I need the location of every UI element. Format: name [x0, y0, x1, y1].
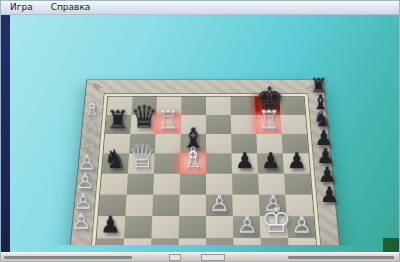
square-e2[interactable] — [206, 216, 233, 238]
square-e1[interactable] — [206, 238, 234, 245]
square-h7[interactable] — [280, 115, 306, 134]
square-c5[interactable] — [154, 154, 180, 174]
square-c1[interactable] — [150, 238, 178, 245]
piece-black-rook[interactable]: ♜ — [105, 107, 130, 132]
captured-white-pawn: ♙ — [68, 208, 95, 235]
square-c6[interactable] — [155, 134, 181, 154]
square-b7[interactable]: ♛ — [130, 115, 156, 134]
square-a1[interactable] — [95, 238, 124, 245]
taskbar-text-smudge — [4, 256, 132, 259]
piece-white-king[interactable]: ♔ — [261, 202, 288, 237]
board-3d-wrapper: ≫ ≫ ≫ ≫ ♚♜♛♖♖♝♞♕♗♟♟♟♙♙♟♙♔♙♗♘♘♙♙♙♙♜♝♞♟♟♟♟ — [66, 80, 344, 245]
square-f1[interactable] — [233, 238, 261, 245]
square-e3[interactable]: ♙ — [206, 195, 233, 217]
piece-white-rook[interactable]: ♖ — [256, 107, 281, 132]
chess-titans-window: Игра Справка ≫ ≫ ≫ ≫ ♚♜♛♖♖♝♞♕♗♟♟♟♙♙♟♙♔♙♗… — [0, 0, 400, 262]
square-d1[interactable] — [178, 238, 206, 245]
square-h2[interactable]: ♙ — [287, 216, 316, 238]
menu-help[interactable]: Справка — [42, 1, 100, 14]
square-b1[interactable] — [123, 238, 152, 245]
square-c3[interactable] — [152, 195, 179, 217]
square-e7[interactable] — [206, 115, 231, 134]
square-g5[interactable]: ♟ — [257, 154, 284, 174]
square-h1[interactable] — [288, 238, 317, 245]
piece-white-rook[interactable]: ♖ — [156, 107, 181, 132]
square-d8[interactable] — [181, 97, 206, 115]
taskbar-button — [169, 254, 181, 261]
game-background: ≫ ≫ ≫ ≫ ♚♜♛♖♖♝♞♕♗♟♟♟♙♙♟♙♔♙♗♘♘♙♙♙♙♜♝♞♟♟♟♟ — [1, 14, 399, 253]
square-f5[interactable]: ♟ — [232, 154, 258, 174]
menu-bar: Игра Справка — [1, 1, 399, 15]
menu-game[interactable]: Игра — [1, 1, 42, 14]
square-c4[interactable] — [153, 174, 180, 195]
board-frame: ≫ ≫ ≫ ≫ ♚♜♛♖♖♝♞♕♗♟♟♟♙♙♟♙♔♙♗♘♘♙♙♙♙♜♝♞♟♟♟♟ — [66, 80, 344, 245]
square-h4[interactable] — [284, 174, 312, 195]
square-e6[interactable] — [206, 134, 232, 154]
piece-black-pawn[interactable]: ♟ — [284, 150, 310, 172]
piece-black-pawn[interactable]: ♟ — [258, 150, 284, 172]
frame-corner-ornament: ≫ — [88, 80, 106, 93]
square-e5[interactable] — [206, 154, 232, 174]
piece-white-pawn[interactable]: ♙ — [288, 214, 315, 237]
square-g2[interactable]: ♔ — [260, 216, 288, 238]
square-g7[interactable]: ♖ — [256, 115, 282, 134]
square-d2[interactable] — [179, 216, 206, 238]
square-b4[interactable] — [127, 174, 154, 195]
taskbar-sliver[interactable] — [1, 252, 399, 261]
board-scene: ≫ ≫ ≫ ≫ ♚♜♛♖♖♝♞♕♗♟♟♟♙♙♟♙♔♙♗♘♘♙♙♙♙♜♝♞♟♟♟♟ — [1, 27, 399, 245]
piece-white-queen[interactable]: ♕ — [128, 140, 154, 172]
square-f4[interactable] — [232, 174, 259, 195]
piece-black-pawn[interactable]: ♟ — [97, 214, 124, 237]
background-window-left — [1, 14, 10, 254]
piece-white-pawn[interactable]: ♙ — [206, 192, 233, 215]
square-a7[interactable]: ♜ — [105, 115, 131, 134]
square-e8[interactable] — [206, 97, 231, 115]
square-d5[interactable]: ♗ — [180, 154, 206, 174]
square-f2[interactable]: ♙ — [233, 216, 261, 238]
square-b5[interactable]: ♕ — [128, 154, 155, 174]
piece-black-queen[interactable]: ♛ — [130, 102, 155, 133]
background-window-bottom-right — [383, 238, 399, 253]
piece-white-bishop[interactable]: ♗ — [180, 144, 206, 172]
square-d3[interactable] — [179, 195, 206, 217]
taskbar-text-smudge — [288, 256, 394, 259]
square-d4[interactable] — [180, 174, 206, 195]
square-b3[interactable] — [125, 195, 153, 217]
square-a4[interactable] — [100, 174, 128, 195]
piece-white-pawn[interactable]: ♙ — [233, 214, 260, 237]
piece-black-knight[interactable]: ♞ — [102, 146, 128, 172]
piece-black-pawn[interactable]: ♟ — [232, 150, 258, 172]
taskbar-button — [201, 254, 225, 261]
square-h5[interactable]: ♟ — [283, 154, 310, 174]
square-b2[interactable] — [124, 216, 152, 238]
square-f8[interactable] — [230, 97, 255, 115]
square-c7[interactable]: ♖ — [156, 115, 182, 134]
square-g1[interactable] — [261, 238, 290, 245]
square-c2[interactable] — [151, 216, 179, 238]
chess-board[interactable]: ♚♜♛♖♖♝♞♕♗♟♟♟♙♙♟♙♔♙♗♘♘♙♙♙♙♜♝♞♟♟♟♟ — [95, 97, 317, 245]
square-a5[interactable]: ♞ — [102, 154, 129, 174]
square-f7[interactable] — [231, 115, 257, 134]
captured-black-pawn: ♟ — [316, 181, 343, 208]
square-a2[interactable]: ♟ — [97, 216, 126, 238]
